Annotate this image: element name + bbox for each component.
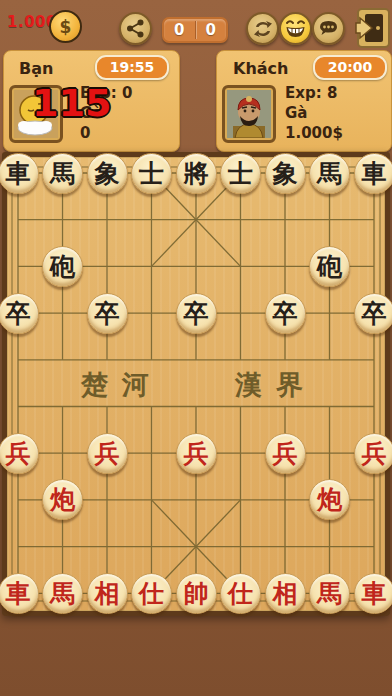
player-left-ga-value: 0 <box>80 123 132 143</box>
board-piece-black[interactable]: 車 <box>0 153 39 194</box>
share-button[interactable] <box>119 12 152 45</box>
player-panel-left: Bạn 19:55 Exp: 0 Gà 0 115 <box>3 50 180 152</box>
chat-button[interactable] <box>312 12 345 45</box>
board-piece-red[interactable]: 帥 <box>176 573 217 614</box>
player-right-ga-label: Gà <box>285 103 343 123</box>
board-piece-red[interactable]: 仕 <box>220 573 261 614</box>
board-piece-black[interactable]: 象 <box>265 153 306 194</box>
score-left: 0 <box>164 21 195 39</box>
general-avatar-icon <box>227 90 271 138</box>
board-piece-black[interactable]: 砲 <box>309 246 350 287</box>
board-piece-black[interactable]: 卒 <box>265 293 306 334</box>
board-piece-black[interactable]: 馬 <box>309 153 350 194</box>
river-label-left: 楚河 <box>81 367 163 403</box>
player-right-stats: Exp: 8 Gà 1.000$ <box>285 83 343 143</box>
exit-door-icon <box>346 8 390 48</box>
board-piece-black[interactable]: 卒 <box>0 293 39 334</box>
board-piece-black[interactable]: 士 <box>220 153 261 194</box>
board-piece-red[interactable]: 兵 <box>0 433 39 474</box>
board-piece-black[interactable]: 卒 <box>87 293 128 334</box>
board-piece-red[interactable]: 馬 <box>42 573 83 614</box>
rating-overlay: 115 <box>32 81 111 125</box>
dollar-coin-icon: $ <box>49 10 82 43</box>
board-piece-black[interactable]: 士 <box>131 153 172 194</box>
board-piece-black[interactable]: 砲 <box>42 246 83 287</box>
board-piece-black[interactable]: 卒 <box>176 293 217 334</box>
score-box: 0 0 <box>162 17 228 43</box>
swap-players-button[interactable] <box>246 12 279 45</box>
board-piece-red[interactable]: 兵 <box>354 433 392 474</box>
player-panel-right: Khách 20:00 Exp: 8 Gà 1.000$ <box>216 50 392 152</box>
player-right-timer: 20:00 <box>313 55 387 80</box>
board-piece-red[interactable]: 兵 <box>87 433 128 474</box>
chat-bubble-icon <box>318 19 339 38</box>
board-piece-black[interactable]: 將 <box>176 153 217 194</box>
river-label-right: 漢界 <box>235 367 317 403</box>
player-right-exp: Exp: 8 <box>285 83 343 103</box>
game-screen: 1.000 $ 0 0 <box>0 0 392 696</box>
board-piece-black[interactable]: 卒 <box>354 293 392 334</box>
coin-dollar-glyph: $ <box>60 17 72 37</box>
board-piece-black[interactable]: 象 <box>87 153 128 194</box>
player-left-name: Bạn <box>19 59 53 78</box>
swap-icon <box>253 20 273 38</box>
board-piece-red[interactable]: 相 <box>265 573 306 614</box>
player-left-timer: 19:55 <box>95 55 169 80</box>
board-piece-red[interactable]: 車 <box>354 573 392 614</box>
xiangqi-board[interactable]: 楚河 漢界 車馬象士將士象馬車砲砲卒卒卒卒卒兵兵兵兵兵炮炮車馬相仕帥仕相馬車 <box>2 152 390 616</box>
board-inner: 楚河 漢界 車馬象士將士象馬車砲砲卒卒卒卒卒兵兵兵兵兵炮炮車馬相仕帥仕相馬車 <box>7 157 385 611</box>
board-grid <box>7 157 385 611</box>
player-right-avatar[interactable] <box>222 85 276 143</box>
emoji-grin-icon <box>283 16 308 41</box>
board-piece-red[interactable]: 車 <box>0 573 39 614</box>
board-piece-black[interactable]: 馬 <box>42 153 83 194</box>
emoji-button[interactable] <box>279 12 312 45</box>
score-right: 0 <box>196 21 227 39</box>
board-piece-red[interactable]: 兵 <box>176 433 217 474</box>
board-piece-red[interactable]: 兵 <box>265 433 306 474</box>
player-right-ga-value: 1.000$ <box>285 123 343 143</box>
board-piece-red[interactable]: 仕 <box>131 573 172 614</box>
board-piece-black[interactable]: 車 <box>354 153 392 194</box>
share-icon <box>126 19 145 38</box>
player-right-name: Khách <box>233 59 288 78</box>
board-piece-red[interactable]: 馬 <box>309 573 350 614</box>
exit-button[interactable] <box>346 8 390 48</box>
board-piece-red[interactable]: 相 <box>87 573 128 614</box>
